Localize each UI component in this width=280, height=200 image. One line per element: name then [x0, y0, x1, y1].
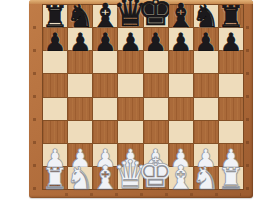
- square-e6[interactable]: [144, 51, 168, 73]
- square-g3[interactable]: [194, 121, 218, 143]
- square-g5[interactable]: [194, 74, 218, 96]
- square-c5[interactable]: [93, 74, 117, 96]
- square-e3[interactable]: [144, 121, 168, 143]
- frame-tick-marks-left: [33, 8, 36, 190]
- square-b7[interactable]: ♟: [68, 28, 92, 50]
- square-f4[interactable]: [169, 98, 193, 120]
- square-h6[interactable]: [219, 51, 243, 73]
- square-c6[interactable]: [93, 51, 117, 73]
- square-c4[interactable]: [93, 98, 117, 120]
- square-g6[interactable]: [194, 51, 218, 73]
- square-c7[interactable]: ♟: [93, 28, 117, 50]
- square-d5[interactable]: [118, 74, 142, 96]
- square-h1[interactable]: ♜: [219, 167, 243, 189]
- square-a7[interactable]: ♟: [43, 28, 67, 50]
- square-b3[interactable]: [68, 121, 92, 143]
- frame-tick-marks-right: [246, 8, 249, 190]
- board-frame: ♜♞♝♛♚♝♞♜♟♟♟♟♟♟♟♟♟♟♟♟♟♟♟♟♜♞♝♛♚♝♞♜: [29, 0, 253, 198]
- square-g4[interactable]: [194, 98, 218, 120]
- chess-app-stage: ♜♞♝♛♚♝♞♜♟♟♟♟♟♟♟♟♟♟♟♟♟♟♟♟♜♞♝♛♚♝♞♜: [0, 0, 280, 200]
- square-a6[interactable]: [43, 51, 67, 73]
- square-h8[interactable]: ♜: [219, 5, 243, 27]
- square-f6[interactable]: [169, 51, 193, 73]
- square-a1[interactable]: ♜: [43, 167, 67, 189]
- square-f8[interactable]: ♝: [169, 5, 193, 27]
- square-f7[interactable]: ♟: [169, 28, 193, 50]
- square-f3[interactable]: [169, 121, 193, 143]
- square-g1[interactable]: ♞: [194, 167, 218, 189]
- square-b6[interactable]: [68, 51, 92, 73]
- square-e5[interactable]: [144, 74, 168, 96]
- square-e1[interactable]: ♚: [144, 167, 168, 189]
- chess-board: ♜♞♝♛♚♝♞♜♟♟♟♟♟♟♟♟♟♟♟♟♟♟♟♟♜♞♝♛♚♝♞♜: [42, 4, 244, 190]
- square-b5[interactable]: [68, 74, 92, 96]
- square-h7[interactable]: ♟: [219, 28, 243, 50]
- piece-white-rook[interactable]: ♜: [217, 164, 244, 194]
- square-f1[interactable]: ♝: [169, 167, 193, 189]
- square-d3[interactable]: [118, 121, 142, 143]
- square-d7[interactable]: ♟: [118, 28, 142, 50]
- square-h4[interactable]: [219, 98, 243, 120]
- square-d6[interactable]: [118, 51, 142, 73]
- square-b8[interactable]: ♞: [68, 5, 92, 27]
- square-h3[interactable]: [219, 121, 243, 143]
- square-f5[interactable]: [169, 74, 193, 96]
- square-e8[interactable]: ♚: [144, 5, 168, 27]
- square-a4[interactable]: [43, 98, 67, 120]
- square-e7[interactable]: ♟: [144, 28, 168, 50]
- square-b4[interactable]: [68, 98, 92, 120]
- square-g7[interactable]: ♟: [194, 28, 218, 50]
- square-a3[interactable]: [43, 121, 67, 143]
- square-d4[interactable]: [118, 98, 142, 120]
- square-h5[interactable]: [219, 74, 243, 96]
- piece-white-knight[interactable]: ♞: [192, 163, 220, 194]
- square-b1[interactable]: ♞: [68, 167, 92, 189]
- square-c3[interactable]: [93, 121, 117, 143]
- square-a5[interactable]: [43, 74, 67, 96]
- piece-white-rook[interactable]: ♜: [42, 164, 69, 194]
- square-e4[interactable]: [144, 98, 168, 120]
- square-g8[interactable]: ♞: [194, 5, 218, 27]
- square-a8[interactable]: ♜: [43, 5, 67, 27]
